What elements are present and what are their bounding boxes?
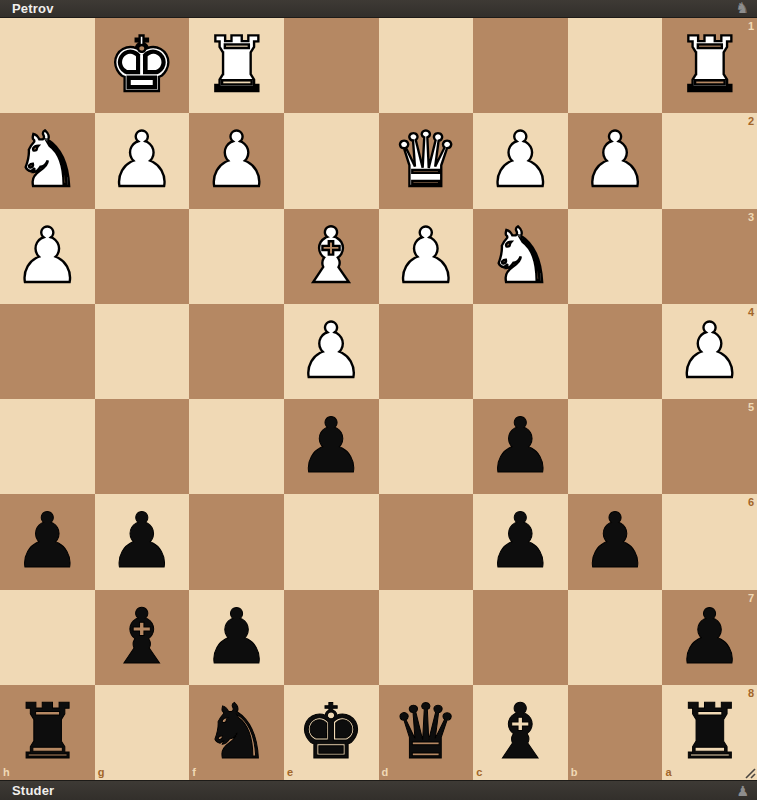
bottom-player-bar: Studer ♟ (0, 780, 757, 800)
square-b5[interactable] (568, 399, 663, 494)
square-b3[interactable] (568, 209, 663, 304)
square-f2[interactable]: ♟ (189, 113, 284, 208)
piece-black-rook[interactable]: ♜ (13, 685, 81, 779)
square-a7[interactable]: ♟7 (662, 590, 757, 685)
square-d5[interactable] (379, 399, 474, 494)
resize-handle-icon[interactable] (742, 765, 756, 779)
square-h8[interactable]: ♜h (0, 685, 95, 780)
piece-black-bishop[interactable]: ♝ (486, 685, 554, 779)
square-a6[interactable]: 6 (662, 494, 757, 589)
square-d6[interactable] (379, 494, 474, 589)
piece-white-king[interactable]: ♚ (108, 18, 176, 112)
piece-black-queen[interactable]: ♛ (392, 685, 460, 779)
square-a3[interactable]: 3 (662, 209, 757, 304)
square-e6[interactable] (284, 494, 379, 589)
piece-black-rook[interactable]: ♜ (676, 685, 744, 779)
square-b8[interactable]: b (568, 685, 663, 780)
square-f7[interactable]: ♟ (189, 590, 284, 685)
square-h2[interactable]: ♞ (0, 113, 95, 208)
rank-label-5: 5 (748, 402, 754, 413)
piece-black-bishop[interactable]: ♝ (108, 590, 176, 684)
rank-label-7: 7 (748, 593, 754, 604)
square-c5[interactable]: ♟ (473, 399, 568, 494)
square-d1[interactable] (379, 18, 474, 113)
knight-icon: ♞ (736, 1, 749, 16)
rank-label-1: 1 (748, 21, 754, 32)
file-label-f: f (192, 767, 196, 778)
square-h1[interactable] (0, 18, 95, 113)
square-c2[interactable]: ♟ (473, 113, 568, 208)
piece-white-queen[interactable]: ♛ (392, 113, 460, 207)
square-f4[interactable] (189, 304, 284, 399)
piece-white-pawn[interactable]: ♟ (486, 113, 554, 207)
square-a4[interactable]: ♟4 (662, 304, 757, 399)
square-d8[interactable]: ♛d (379, 685, 474, 780)
square-d7[interactable] (379, 590, 474, 685)
pawn-icon: ♟ (736, 784, 749, 798)
square-e8[interactable]: ♚e (284, 685, 379, 780)
square-h4[interactable] (0, 304, 95, 399)
piece-white-pawn[interactable]: ♟ (676, 304, 744, 398)
square-e3[interactable]: ♝ (284, 209, 379, 304)
square-e2[interactable] (284, 113, 379, 208)
square-f8[interactable]: ♞f (189, 685, 284, 780)
square-f6[interactable] (189, 494, 284, 589)
file-label-a: a (665, 767, 671, 778)
piece-black-pawn[interactable]: ♟ (581, 494, 649, 588)
file-label-c: c (476, 767, 482, 778)
square-h3[interactable]: ♟ (0, 209, 95, 304)
file-label-h: h (3, 767, 10, 778)
square-g7[interactable]: ♝ (95, 590, 190, 685)
square-g6[interactable]: ♟ (95, 494, 190, 589)
piece-white-bishop[interactable]: ♝ (297, 209, 365, 303)
file-label-e: e (287, 767, 293, 778)
rank-label-8: 8 (748, 688, 754, 699)
piece-white-pawn[interactable]: ♟ (13, 209, 81, 303)
square-h5[interactable] (0, 399, 95, 494)
square-d2[interactable]: ♛ (379, 113, 474, 208)
square-c6[interactable]: ♟ (473, 494, 568, 589)
square-g2[interactable]: ♟ (95, 113, 190, 208)
square-a2[interactable]: 2 (662, 113, 757, 208)
piece-black-pawn[interactable]: ♟ (486, 399, 554, 493)
piece-white-rook[interactable]: ♜ (676, 18, 744, 112)
square-c8[interactable]: ♝c (473, 685, 568, 780)
piece-black-pawn[interactable]: ♟ (676, 590, 744, 684)
square-b2[interactable]: ♟ (568, 113, 663, 208)
file-label-b: b (571, 767, 578, 778)
piece-black-king[interactable]: ♚ (297, 685, 365, 779)
square-b6[interactable]: ♟ (568, 494, 663, 589)
square-b7[interactable] (568, 590, 663, 685)
square-f1[interactable]: ♜ (189, 18, 284, 113)
file-label-g: g (98, 767, 105, 778)
square-d4[interactable] (379, 304, 474, 399)
square-c4[interactable] (473, 304, 568, 399)
square-g5[interactable] (95, 399, 190, 494)
square-g1[interactable]: ♚ (95, 18, 190, 113)
piece-white-pawn[interactable]: ♟ (581, 113, 649, 207)
piece-white-pawn[interactable]: ♟ (202, 113, 270, 207)
piece-black-pawn[interactable]: ♟ (202, 590, 270, 684)
chess-window: Petrov ♞ ♚♜♜1♞♟♟♛♟♟2♟♝♟♞3♟♟4♟♟5♟♟♟♟6♝♟♟7… (0, 0, 757, 800)
square-c3[interactable]: ♞ (473, 209, 568, 304)
square-e5[interactable]: ♟ (284, 399, 379, 494)
piece-black-pawn[interactable]: ♟ (13, 494, 81, 588)
file-label-d: d (382, 767, 389, 778)
square-a1[interactable]: ♜1 (662, 18, 757, 113)
square-e1[interactable] (284, 18, 379, 113)
top-player-bar: Petrov ♞ (0, 0, 757, 18)
square-h7[interactable] (0, 590, 95, 685)
piece-black-pawn[interactable]: ♟ (297, 399, 365, 493)
piece-white-pawn[interactable]: ♟ (108, 113, 176, 207)
square-f3[interactable] (189, 209, 284, 304)
rank-label-6: 6 (748, 497, 754, 508)
square-g8[interactable]: g (95, 685, 190, 780)
piece-black-pawn[interactable]: ♟ (486, 494, 554, 588)
rank-label-3: 3 (748, 212, 754, 223)
square-a5[interactable]: 5 (662, 399, 757, 494)
piece-white-rook[interactable]: ♜ (202, 18, 270, 112)
square-c1[interactable] (473, 18, 568, 113)
square-e4[interactable]: ♟ (284, 304, 379, 399)
square-h6[interactable]: ♟ (0, 494, 95, 589)
piece-white-knight[interactable]: ♞ (486, 209, 554, 303)
square-e7[interactable] (284, 590, 379, 685)
square-g4[interactable] (95, 304, 190, 399)
square-g3[interactable] (95, 209, 190, 304)
rank-label-2: 2 (748, 116, 754, 127)
piece-black-pawn[interactable]: ♟ (108, 494, 176, 588)
piece-white-knight[interactable]: ♞ (13, 113, 81, 207)
square-f5[interactable] (189, 399, 284, 494)
square-c7[interactable] (473, 590, 568, 685)
piece-white-pawn[interactable]: ♟ (297, 304, 365, 398)
piece-white-pawn[interactable]: ♟ (392, 209, 460, 303)
square-d3[interactable]: ♟ (379, 209, 474, 304)
top-player-name: Petrov (0, 1, 54, 16)
square-b1[interactable] (568, 18, 663, 113)
chess-board: ♚♜♜1♞♟♟♛♟♟2♟♝♟♞3♟♟4♟♟5♟♟♟♟6♝♟♟7♜hg♞f♚e♛d… (0, 18, 757, 780)
rank-label-4: 4 (748, 307, 754, 318)
square-b4[interactable] (568, 304, 663, 399)
bottom-player-name: Studer (0, 783, 54, 798)
piece-black-knight[interactable]: ♞ (202, 685, 270, 779)
